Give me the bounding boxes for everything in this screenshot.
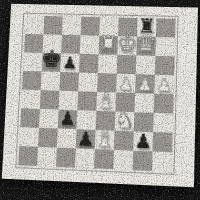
square-d2[interactable]: ♟ [76,129,96,149]
square-e7[interactable]: ♜ [99,36,119,55]
square-a3[interactable] [20,108,40,128]
square-h8[interactable] [156,18,176,37]
square-a1[interactable] [18,146,38,166]
square-a6[interactable] [23,52,42,71]
piece-black-pawn-d2: ♟ [77,129,95,149]
board-inner-frame: ♜♜♚♛♚♟♟♟♟♝♟♞♟♝♟ [15,13,178,175]
square-a7[interactable] [24,34,43,53]
square-b1[interactable] [37,147,57,167]
piece-black-pawn-c6: ♟ [62,56,77,73]
square-c5[interactable] [59,72,79,91]
square-h6[interactable] [155,56,175,75]
piece-white-queen-g7: ♛ [136,33,157,56]
square-a8[interactable] [25,16,44,35]
square-a5[interactable] [22,71,41,90]
piece-white-pawn-f5: ♟ [118,75,134,93]
piece-black-pawn-c3: ♟ [59,110,77,129]
square-f6[interactable] [117,55,137,74]
square-h7[interactable] [155,37,175,56]
square-b6[interactable]: ♚ [42,53,61,72]
square-f1[interactable] [113,150,133,170]
square-e2[interactable]: ♝ [95,130,115,150]
square-d1[interactable] [75,148,95,168]
square-f8[interactable] [118,18,138,37]
square-f5[interactable]: ♟ [116,74,136,94]
square-e1[interactable] [94,149,114,169]
square-c7[interactable] [61,35,80,54]
piece-black-pawn-g2: ♟ [134,131,152,152]
piece-white-pawn-g5: ♟ [137,76,153,94]
square-c2[interactable] [57,129,77,149]
square-h2[interactable] [153,132,173,152]
square-b2[interactable] [38,128,58,148]
square-d4[interactable] [77,91,97,111]
square-g1[interactable] [133,151,153,171]
piece-white-knight-f3: ♞ [114,108,135,131]
square-f2[interactable] [114,131,134,151]
square-g4[interactable] [134,93,154,113]
square-e4[interactable]: ♝ [96,92,116,112]
square-e6[interactable] [98,54,118,73]
photo-of-chessboard: ♜♜♚♛♚♟♟♟♟♝♟♞♟♝♟ [0,0,200,200]
square-b8[interactable] [43,16,62,35]
square-f7[interactable]: ♚ [117,36,137,55]
square-c6[interactable]: ♟ [60,53,80,72]
piece-white-rook-e7: ♜ [98,33,118,55]
square-g8[interactable]: ♜ [137,18,157,37]
piece-white-bishop-e4: ♝ [96,89,116,111]
square-b5[interactable] [41,71,61,90]
piece-black-rook-g8: ♜ [137,16,156,37]
square-e3[interactable] [96,111,116,131]
square-d7[interactable] [80,35,99,54]
square-d5[interactable] [78,73,98,92]
square-c1[interactable] [56,148,76,168]
square-c8[interactable] [62,16,81,35]
square-g6[interactable] [136,55,156,74]
square-h3[interactable] [153,113,173,133]
square-g7[interactable]: ♛ [136,37,156,56]
square-b3[interactable] [39,109,59,129]
square-b4[interactable] [40,90,60,109]
board-grid: ♜♜♚♛♚♟♟♟♟♝♟♞♟♝♟ [18,16,175,172]
square-c4[interactable] [59,91,79,111]
piece-white-pawn-h5: ♟ [156,76,172,94]
chess-board: ♜♜♚♛♚♟♟♟♟♝♟♞♟♝♟ [2,4,198,187]
piece-white-king-f7: ♚ [117,32,138,55]
square-f3[interactable]: ♞ [115,112,135,132]
square-h5[interactable]: ♟ [154,75,174,95]
square-a2[interactable] [19,127,39,147]
square-g5[interactable]: ♟ [135,74,155,94]
square-e5[interactable] [97,73,117,92]
square-h1[interactable] [152,151,172,171]
square-d3[interactable] [77,110,97,130]
square-a4[interactable] [21,90,41,109]
square-b7[interactable] [43,34,62,53]
square-g3[interactable] [134,112,154,132]
square-h4[interactable] [154,94,174,114]
square-e8[interactable] [99,17,118,36]
square-f4[interactable] [115,93,135,113]
square-d8[interactable] [81,17,100,36]
square-d6[interactable] [79,54,99,73]
square-g2[interactable]: ♟ [133,131,153,151]
square-c3[interactable]: ♟ [58,110,78,130]
